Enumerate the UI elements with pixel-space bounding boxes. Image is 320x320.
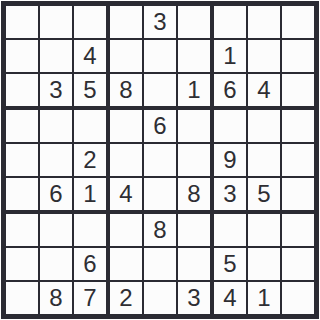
cell-r9c4-given: 2 — [110, 282, 142, 314]
cell-r8c1-empty[interactable] — [6, 248, 38, 280]
cell-r8c8-empty[interactable] — [248, 248, 280, 280]
cell-r8c2-empty[interactable] — [40, 248, 72, 280]
cell-r1c9-empty[interactable] — [282, 6, 314, 38]
cell-r6c2-given: 6 — [40, 178, 72, 210]
cell-r9c2-given: 8 — [40, 282, 72, 314]
cell-r5c9-empty[interactable] — [282, 144, 314, 176]
box-3: 164 — [214, 6, 314, 106]
cell-r2c2-empty[interactable] — [40, 40, 72, 72]
cell-r5c4-empty[interactable] — [110, 144, 142, 176]
cell-r5c3-given: 2 — [74, 144, 106, 176]
box-1: 435 — [6, 6, 106, 106]
box-5: 648 — [110, 110, 210, 210]
cell-r6c1-empty[interactable] — [6, 178, 38, 210]
cell-r2c1-empty[interactable] — [6, 40, 38, 72]
cell-r3c9-empty[interactable] — [282, 74, 314, 106]
cell-r5c1-empty[interactable] — [6, 144, 38, 176]
cell-r4c8-empty[interactable] — [248, 110, 280, 142]
cell-r4c5-given: 6 — [144, 110, 176, 142]
cell-r9c1-empty[interactable] — [6, 282, 38, 314]
cell-r9c3-given: 7 — [74, 282, 106, 314]
cell-r8c6-empty[interactable] — [178, 248, 210, 280]
cell-r2c6-empty[interactable] — [178, 40, 210, 72]
cell-r9c8-given: 1 — [248, 282, 280, 314]
cell-r1c2-empty[interactable] — [40, 6, 72, 38]
cell-r8c3-given: 6 — [74, 248, 106, 280]
cell-r1c3-empty[interactable] — [74, 6, 106, 38]
cell-r9c5-empty[interactable] — [144, 282, 176, 314]
cell-r3c2-given: 3 — [40, 74, 72, 106]
cell-r2c8-empty[interactable] — [248, 40, 280, 72]
cell-r3c1-empty[interactable] — [6, 74, 38, 106]
cell-r1c1-empty[interactable] — [6, 6, 38, 38]
cell-r4c4-empty[interactable] — [110, 110, 142, 142]
cell-r3c8-given: 4 — [248, 74, 280, 106]
cell-r4c7-empty[interactable] — [214, 110, 246, 142]
cell-r8c4-empty[interactable] — [110, 248, 142, 280]
cell-r3c5-empty[interactable] — [144, 74, 176, 106]
cell-r1c8-empty[interactable] — [248, 6, 280, 38]
cell-r6c9-empty[interactable] — [282, 178, 314, 210]
cell-r2c7-given: 1 — [214, 40, 246, 72]
cell-r7c6-empty[interactable] — [178, 214, 210, 246]
cell-r5c8-empty[interactable] — [248, 144, 280, 176]
cell-r7c7-empty[interactable] — [214, 214, 246, 246]
cell-r9c7-given: 4 — [214, 282, 246, 314]
sudoku-board: 435381164261648935687823541 — [1, 1, 319, 319]
cell-r6c4-given: 4 — [110, 178, 142, 210]
cell-r1c7-empty[interactable] — [214, 6, 246, 38]
sudoku-page: 435381164261648935687823541 — [0, 0, 320, 320]
cell-r6c6-given: 8 — [178, 178, 210, 210]
cell-r6c3-given: 1 — [74, 178, 106, 210]
box-6: 935 — [214, 110, 314, 210]
cell-r8c9-empty[interactable] — [282, 248, 314, 280]
cell-r6c8-given: 5 — [248, 178, 280, 210]
box-2: 381 — [110, 6, 210, 106]
cell-r7c4-empty[interactable] — [110, 214, 142, 246]
cell-r8c7-given: 5 — [214, 248, 246, 280]
cell-r3c4-given: 8 — [110, 74, 142, 106]
cell-r3c6-given: 1 — [178, 74, 210, 106]
cell-r7c9-empty[interactable] — [282, 214, 314, 246]
cell-r6c7-given: 3 — [214, 178, 246, 210]
cell-r4c1-empty[interactable] — [6, 110, 38, 142]
cell-r3c7-given: 6 — [214, 74, 246, 106]
cell-r2c5-empty[interactable] — [144, 40, 176, 72]
cell-r3c3-given: 5 — [74, 74, 106, 106]
cell-r8c5-empty[interactable] — [144, 248, 176, 280]
cell-r7c8-empty[interactable] — [248, 214, 280, 246]
cell-r4c2-empty[interactable] — [40, 110, 72, 142]
cell-r4c6-empty[interactable] — [178, 110, 210, 142]
cell-r4c9-empty[interactable] — [282, 110, 314, 142]
box-9: 541 — [214, 214, 314, 314]
cell-r1c6-empty[interactable] — [178, 6, 210, 38]
cell-r1c5-given: 3 — [144, 6, 176, 38]
box-4: 261 — [6, 110, 106, 210]
cell-r6c5-empty[interactable] — [144, 178, 176, 210]
cell-r5c2-empty[interactable] — [40, 144, 72, 176]
cell-r5c6-empty[interactable] — [178, 144, 210, 176]
box-7: 687 — [6, 214, 106, 314]
cell-r7c3-empty[interactable] — [74, 214, 106, 246]
cell-r5c7-given: 9 — [214, 144, 246, 176]
cell-r9c6-given: 3 — [178, 282, 210, 314]
cell-r4c3-empty[interactable] — [74, 110, 106, 142]
cell-r5c5-empty[interactable] — [144, 144, 176, 176]
cell-r2c4-empty[interactable] — [110, 40, 142, 72]
cell-r7c5-given: 8 — [144, 214, 176, 246]
cell-r7c2-empty[interactable] — [40, 214, 72, 246]
cell-r2c3-given: 4 — [74, 40, 106, 72]
cell-r1c4-empty[interactable] — [110, 6, 142, 38]
box-8: 823 — [110, 214, 210, 314]
cell-r9c9-empty[interactable] — [282, 282, 314, 314]
cell-r7c1-empty[interactable] — [6, 214, 38, 246]
cell-r2c9-empty[interactable] — [282, 40, 314, 72]
